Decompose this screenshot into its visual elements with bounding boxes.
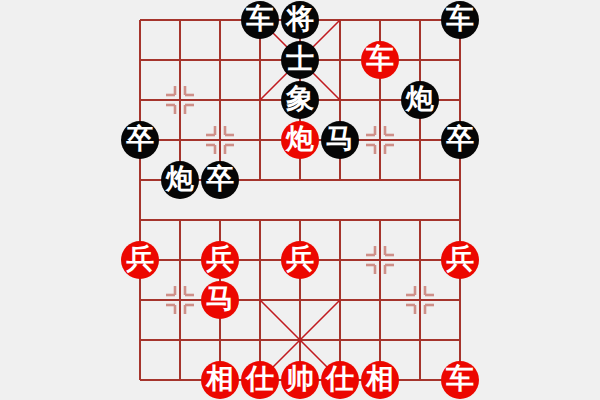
piece-glyph: 卒 (126, 125, 154, 153)
red-chariot[interactable]: 车 (441, 361, 479, 399)
black-soldier[interactable]: 卒 (201, 161, 239, 199)
piece-glyph: 帅 (286, 365, 314, 393)
red-soldier[interactable]: 兵 (441, 241, 479, 279)
piece-glyph: 仕 (326, 365, 354, 393)
black-cannon[interactable]: 炮 (161, 161, 199, 199)
piece-glyph: 卒 (206, 165, 234, 193)
piece-glyph: 炮 (406, 85, 434, 113)
piece-glyph: 兵 (286, 245, 314, 273)
red-cannon[interactable]: 炮 (281, 121, 319, 159)
piece-glyph: 卒 (446, 125, 474, 153)
red-general[interactable]: 帅 (281, 361, 319, 399)
black-chariot[interactable]: 车 (441, 1, 479, 39)
piece-glyph: 车 (446, 5, 474, 33)
piece-glyph: 马 (206, 285, 234, 313)
black-chariot[interactable]: 车 (241, 1, 279, 39)
piece-glyph: 仕 (246, 365, 274, 393)
piece-glyph: 车 (446, 365, 474, 393)
black-advisor[interactable]: 士 (281, 41, 319, 79)
black-general[interactable]: 将 (281, 1, 319, 39)
black-soldier[interactable]: 卒 (121, 121, 159, 159)
piece-glyph: 马 (326, 125, 354, 153)
xiangqi-board: 车将车士车象炮卒炮马卒炮卒兵兵兵兵马相仕帅仕相车 (120, 0, 480, 400)
piece-glyph: 车 (246, 5, 274, 33)
black-soldier[interactable]: 卒 (441, 121, 479, 159)
piece-glyph: 炮 (166, 165, 194, 193)
red-soldier[interactable]: 兵 (201, 241, 239, 279)
piece-glyph: 兵 (206, 245, 234, 273)
red-horse[interactable]: 马 (201, 281, 239, 319)
piece-glyph: 相 (206, 365, 234, 393)
red-elephant[interactable]: 相 (361, 361, 399, 399)
red-elephant[interactable]: 相 (201, 361, 239, 399)
black-horse[interactable]: 马 (321, 121, 359, 159)
black-elephant[interactable]: 象 (281, 81, 319, 119)
black-cannon[interactable]: 炮 (401, 81, 439, 119)
red-soldier[interactable]: 兵 (121, 241, 159, 279)
piece-glyph: 将 (286, 5, 314, 33)
red-soldier[interactable]: 兵 (281, 241, 319, 279)
piece-glyph: 炮 (286, 125, 314, 153)
red-chariot[interactable]: 车 (361, 41, 399, 79)
piece-glyph: 象 (286, 85, 314, 113)
piece-glyph: 兵 (126, 245, 154, 273)
red-advisor[interactable]: 仕 (321, 361, 359, 399)
piece-glyph: 车 (366, 45, 394, 73)
red-advisor[interactable]: 仕 (241, 361, 279, 399)
xiangqi-app-window: 车将车士车象炮卒炮马卒炮卒兵兵兵兵马相仕帅仕相车 (0, 0, 600, 400)
piece-glyph: 士 (286, 45, 314, 73)
piece-glyph: 兵 (446, 245, 474, 273)
piece-glyph: 相 (366, 365, 394, 393)
